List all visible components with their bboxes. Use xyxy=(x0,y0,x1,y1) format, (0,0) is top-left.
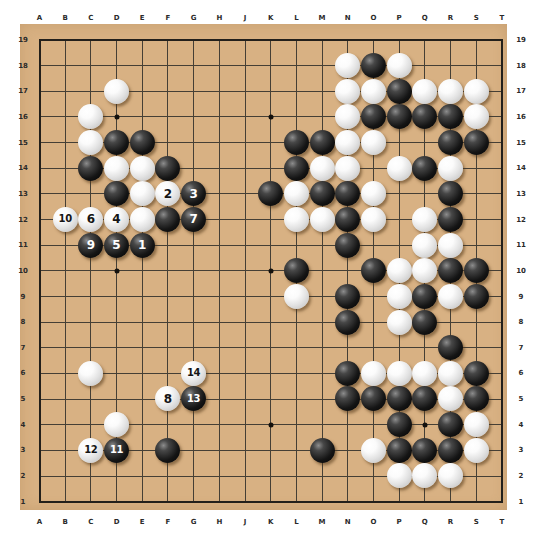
column-label-top-M: M xyxy=(319,14,326,21)
stone-white-S17[interactable] xyxy=(464,79,489,104)
board-point-B12[interactable]: 10 xyxy=(52,207,78,233)
stone-white-Q12[interactable] xyxy=(412,207,437,232)
stone-black-N11[interactable] xyxy=(335,233,360,258)
stone-black-Q14[interactable] xyxy=(412,156,437,181)
stone-black-R4[interactable] xyxy=(438,412,463,437)
column-label-bottom-A: A xyxy=(37,519,42,526)
column-label-bottom-G: G xyxy=(191,519,197,526)
stone-black-P16[interactable] xyxy=(387,104,412,129)
column-label-top-E: E xyxy=(140,14,145,21)
stone-black-S9[interactable] xyxy=(464,284,489,309)
stone-black-N6[interactable] xyxy=(335,361,360,386)
stone-black-Q16[interactable] xyxy=(412,104,437,129)
stone-white-L9[interactable] xyxy=(284,284,309,309)
row-label-right-6: 6 xyxy=(519,370,524,377)
board-point-L10[interactable] xyxy=(284,258,310,284)
board-point-R16[interactable] xyxy=(438,104,464,130)
board-point-S5[interactable] xyxy=(463,386,489,412)
stone-white-F5[interactable]: 8 xyxy=(155,386,180,411)
stone-black-R13[interactable] xyxy=(438,181,463,206)
stone-black-N8[interactable] xyxy=(335,310,360,335)
stone-black-G5[interactable]: 13 xyxy=(181,386,206,411)
board-point-S15[interactable] xyxy=(463,130,489,156)
board-point-N14[interactable] xyxy=(335,155,361,181)
board-point-O16[interactable] xyxy=(361,104,387,130)
stone-white-C12[interactable]: 6 xyxy=(78,207,103,232)
board-point-R13[interactable] xyxy=(438,181,464,207)
move-number-label: 3 xyxy=(189,188,197,200)
stone-white-D17[interactable] xyxy=(104,79,129,104)
board-point-F13[interactable]: 2 xyxy=(155,181,181,207)
stone-white-P18[interactable] xyxy=(387,53,412,78)
board-point-C14[interactable] xyxy=(78,155,104,181)
stone-black-S6[interactable] xyxy=(464,361,489,386)
stone-black-D13[interactable] xyxy=(104,181,129,206)
row-label-right-12: 12 xyxy=(516,216,526,223)
stone-white-R11[interactable] xyxy=(438,233,463,258)
stone-white-P8[interactable] xyxy=(387,310,412,335)
board-point-D12[interactable]: 4 xyxy=(104,207,130,233)
board-point-C3[interactable]: 12 xyxy=(78,437,104,463)
board-point-S6[interactable] xyxy=(463,360,489,386)
column-label-top-Q: Q xyxy=(422,14,428,21)
board-point-M3[interactable] xyxy=(309,437,335,463)
stone-black-S10[interactable] xyxy=(464,258,489,283)
board-point-Q8[interactable] xyxy=(412,309,438,335)
stone-black-S15[interactable] xyxy=(464,130,489,155)
board-point-S9[interactable] xyxy=(463,284,489,310)
stone-black-M13[interactable] xyxy=(310,181,335,206)
row-label-right-8: 8 xyxy=(519,319,524,326)
stone-white-N18[interactable] xyxy=(335,53,360,78)
board-point-R17[interactable] xyxy=(438,78,464,104)
stone-white-O3[interactable] xyxy=(361,438,386,463)
board-point-N12[interactable] xyxy=(335,207,361,233)
stone-white-P2[interactable] xyxy=(387,463,412,488)
column-label-bottom-Q: Q xyxy=(422,519,428,526)
board-point-C12[interactable]: 6 xyxy=(78,207,104,233)
board-point-R7[interactable] xyxy=(438,335,464,361)
board-point-R15[interactable] xyxy=(438,130,464,156)
row-label-right-15: 15 xyxy=(516,139,526,146)
column-label-bottom-T: T xyxy=(500,519,505,526)
board-point-O6[interactable] xyxy=(361,360,387,386)
board-point-S4[interactable] xyxy=(463,412,489,438)
stone-black-L15[interactable] xyxy=(284,130,309,155)
board-point-P4[interactable] xyxy=(386,412,412,438)
row-label-right-3: 3 xyxy=(519,447,524,454)
stone-black-P4[interactable] xyxy=(387,412,412,437)
board-point-P9[interactable] xyxy=(386,284,412,310)
board-point-P17[interactable] xyxy=(386,78,412,104)
board-point-M13[interactable] xyxy=(309,181,335,207)
go-diagram-page: AABBCCDDEEFFGGHHJJKKLLMMNNOOPPQQRRSSTT19… xyxy=(0,0,540,540)
board-point-N6[interactable] xyxy=(335,360,361,386)
board-point-P8[interactable] xyxy=(386,309,412,335)
board-point-S3[interactable] xyxy=(463,437,489,463)
board-point-N11[interactable] xyxy=(335,232,361,258)
stone-black-E15[interactable] xyxy=(130,130,155,155)
stone-black-C14[interactable] xyxy=(78,156,103,181)
board-point-R10[interactable] xyxy=(438,258,464,284)
column-label-top-C: C xyxy=(88,14,93,21)
board-point-D3[interactable]: 11 xyxy=(104,437,130,463)
board-point-P16[interactable] xyxy=(386,104,412,130)
column-label-top-F: F xyxy=(166,14,171,21)
stone-white-L12[interactable] xyxy=(284,207,309,232)
stone-black-G13[interactable]: 3 xyxy=(181,181,206,206)
board-point-N13[interactable] xyxy=(335,181,361,207)
stone-white-F13[interactable]: 2 xyxy=(155,181,180,206)
stone-white-E14[interactable] xyxy=(130,156,155,181)
stone-black-N12[interactable] xyxy=(335,207,360,232)
column-label-bottom-L: L xyxy=(294,519,298,526)
stone-white-C15[interactable] xyxy=(78,130,103,155)
column-label-top-D: D xyxy=(114,14,120,21)
column-label-top-H: H xyxy=(216,14,222,21)
stone-white-S4[interactable] xyxy=(464,412,489,437)
column-label-bottom-B: B xyxy=(63,519,68,526)
stone-white-M14[interactable] xyxy=(310,156,335,181)
board-point-L9[interactable] xyxy=(284,284,310,310)
column-label-bottom-P: P xyxy=(397,519,402,526)
board-point-Q2[interactable] xyxy=(412,463,438,489)
stone-black-Q8[interactable] xyxy=(412,310,437,335)
column-label-top-B: B xyxy=(63,14,68,21)
board-point-G5[interactable]: 13 xyxy=(181,386,207,412)
stone-white-D4[interactable] xyxy=(104,412,129,437)
move-number-label: 9 xyxy=(87,239,95,251)
board-point-L15[interactable] xyxy=(284,130,310,156)
row-label-right-11: 11 xyxy=(516,242,526,249)
column-label-top-J: J xyxy=(244,14,247,21)
column-label-top-G: G xyxy=(191,14,197,21)
stone-white-O15[interactable] xyxy=(361,130,386,155)
board-point-R9[interactable] xyxy=(438,284,464,310)
row-label-right-2: 2 xyxy=(519,473,524,480)
column-label-top-P: P xyxy=(397,14,402,21)
stone-black-E11[interactable]: 1 xyxy=(130,233,155,258)
board-point-D14[interactable] xyxy=(104,155,130,181)
stone-black-D11[interactable]: 5 xyxy=(104,233,129,258)
stone-white-E12[interactable] xyxy=(130,207,155,232)
board-point-C16[interactable] xyxy=(78,104,104,130)
stone-white-O17[interactable] xyxy=(361,79,386,104)
stone-black-L14[interactable] xyxy=(284,156,309,181)
board-point-Q14[interactable] xyxy=(412,155,438,181)
column-label-bottom-O: O xyxy=(370,519,376,526)
board-point-Q16[interactable] xyxy=(412,104,438,130)
stone-black-O10[interactable] xyxy=(361,258,386,283)
board-point-N16[interactable] xyxy=(335,104,361,130)
row-label-right-7: 7 xyxy=(519,344,524,351)
stone-white-Q11[interactable] xyxy=(412,233,437,258)
board-point-E11[interactable]: 1 xyxy=(129,232,155,258)
board-point-R4[interactable] xyxy=(438,412,464,438)
stone-black-K13[interactable] xyxy=(258,181,283,206)
row-label-right-9: 9 xyxy=(519,293,524,300)
stone-black-N5[interactable] xyxy=(335,386,360,411)
column-label-bottom-E: E xyxy=(140,519,145,526)
board-point-O13[interactable] xyxy=(361,181,387,207)
stone-white-P6[interactable] xyxy=(387,361,412,386)
stone-black-Q3[interactable] xyxy=(412,438,437,463)
stone-white-N14[interactable] xyxy=(335,156,360,181)
board-point-Q9[interactable] xyxy=(412,284,438,310)
board-point-R14[interactable] xyxy=(438,155,464,181)
column-label-top-L: L xyxy=(294,14,298,21)
column-label-bottom-R: R xyxy=(448,519,453,526)
row-label-right-19: 19 xyxy=(516,37,526,44)
board-point-L13[interactable] xyxy=(284,181,310,207)
board-point-N9[interactable] xyxy=(335,284,361,310)
board-point-E14[interactable] xyxy=(129,155,155,181)
stone-white-R14[interactable] xyxy=(438,156,463,181)
stone-black-P3[interactable] xyxy=(387,438,412,463)
board-point-N8[interactable] xyxy=(335,309,361,335)
board-point-C6[interactable] xyxy=(78,360,104,386)
stone-white-B12[interactable]: 10 xyxy=(53,207,78,232)
board-point-N17[interactable] xyxy=(335,78,361,104)
move-number-label: 7 xyxy=(189,213,197,225)
board-point-O12[interactable] xyxy=(361,207,387,233)
row-label-right-16: 16 xyxy=(516,113,526,120)
stone-black-Q9[interactable] xyxy=(412,284,437,309)
board-point-O5[interactable] xyxy=(361,386,387,412)
move-number-label: 4 xyxy=(112,213,120,225)
column-label-top-O: O xyxy=(370,14,376,21)
column-label-top-A: A xyxy=(37,14,42,21)
stone-white-G6[interactable]: 14 xyxy=(181,361,206,386)
stone-white-Q2[interactable] xyxy=(412,463,437,488)
board-point-K13[interactable] xyxy=(258,181,284,207)
stone-black-R3[interactable] xyxy=(438,438,463,463)
stone-white-C3[interactable]: 12 xyxy=(78,438,103,463)
row-label-right-10: 10 xyxy=(516,267,526,274)
board-point-F5[interactable]: 8 xyxy=(155,386,181,412)
stone-black-P17[interactable] xyxy=(387,79,412,104)
board-point-N18[interactable] xyxy=(335,53,361,79)
board-point-C15[interactable] xyxy=(78,130,104,156)
stone-white-R2[interactable] xyxy=(438,463,463,488)
board-point-F14[interactable] xyxy=(155,155,181,181)
board-point-O10[interactable] xyxy=(361,258,387,284)
stone-white-L13[interactable] xyxy=(284,181,309,206)
stone-white-R6[interactable] xyxy=(438,361,463,386)
board-point-Q17[interactable] xyxy=(412,78,438,104)
board-point-O17[interactable] xyxy=(361,78,387,104)
stone-white-D14[interactable] xyxy=(104,156,129,181)
stone-black-D3[interactable]: 11 xyxy=(104,438,129,463)
stone-black-P5[interactable] xyxy=(387,386,412,411)
stone-black-O5[interactable] xyxy=(361,386,386,411)
board-point-Q3[interactable] xyxy=(412,437,438,463)
board-point-R12[interactable] xyxy=(438,207,464,233)
column-label-top-N: N xyxy=(345,14,351,21)
column-label-bottom-K: K xyxy=(268,519,273,526)
board-point-Q11[interactable] xyxy=(412,232,438,258)
stone-black-F12[interactable] xyxy=(155,207,180,232)
board-point-F12[interactable] xyxy=(155,207,181,233)
stones-grid: 2310647951148131211 xyxy=(27,27,515,514)
stone-white-O12[interactable] xyxy=(361,207,386,232)
move-number-label: 1 xyxy=(138,239,146,251)
stone-white-S16[interactable] xyxy=(464,104,489,129)
board-point-D4[interactable] xyxy=(104,412,130,438)
column-label-bottom-S: S xyxy=(474,519,479,526)
column-label-bottom-H: H xyxy=(216,519,222,526)
row-label-right-17: 17 xyxy=(516,88,526,95)
stone-white-N15[interactable] xyxy=(335,130,360,155)
board-point-R11[interactable] xyxy=(438,232,464,258)
board-point-Q12[interactable] xyxy=(412,207,438,233)
stone-black-R12[interactable] xyxy=(438,207,463,232)
stone-white-Q17[interactable] xyxy=(412,79,437,104)
board-point-M14[interactable] xyxy=(309,155,335,181)
move-number-label: 8 xyxy=(164,393,172,405)
board-point-P2[interactable] xyxy=(386,463,412,489)
stone-white-E13[interactable] xyxy=(130,181,155,206)
board-point-O18[interactable] xyxy=(361,53,387,79)
board-point-P14[interactable] xyxy=(386,155,412,181)
stone-white-C16[interactable] xyxy=(78,104,103,129)
row-label-right-14: 14 xyxy=(516,165,526,172)
stone-black-F14[interactable] xyxy=(155,156,180,181)
board-point-G12[interactable]: 7 xyxy=(181,207,207,233)
stone-white-R5[interactable] xyxy=(438,386,463,411)
stone-black-Q5[interactable] xyxy=(412,386,437,411)
stone-black-R15[interactable] xyxy=(438,130,463,155)
move-number-label: 10 xyxy=(59,214,72,224)
board-point-R6[interactable] xyxy=(438,360,464,386)
board-point-S17[interactable] xyxy=(463,78,489,104)
stone-black-S5[interactable] xyxy=(464,386,489,411)
stone-white-P10[interactable] xyxy=(387,258,412,283)
board-point-E13[interactable] xyxy=(129,181,155,207)
board-point-D11[interactable]: 5 xyxy=(104,232,130,258)
column-label-bottom-N: N xyxy=(345,519,351,526)
board-point-N5[interactable] xyxy=(335,386,361,412)
stone-black-C11[interactable]: 9 xyxy=(78,233,103,258)
board-point-P3[interactable] xyxy=(386,437,412,463)
board-point-D15[interactable] xyxy=(104,130,130,156)
stone-white-N17[interactable] xyxy=(335,79,360,104)
board-point-P5[interactable] xyxy=(386,386,412,412)
move-number-label: 12 xyxy=(84,445,97,455)
move-number-label: 5 xyxy=(112,239,120,251)
stone-white-Q6[interactable] xyxy=(412,361,437,386)
stone-black-F3[interactable] xyxy=(155,438,180,463)
board-point-O15[interactable] xyxy=(361,130,387,156)
stone-black-R16[interactable] xyxy=(438,104,463,129)
move-number-label: 6 xyxy=(87,213,95,225)
stone-black-N13[interactable] xyxy=(335,181,360,206)
column-label-bottom-C: C xyxy=(88,519,93,526)
stone-white-P14[interactable] xyxy=(387,156,412,181)
board-point-Q6[interactable] xyxy=(412,360,438,386)
stone-black-M3[interactable] xyxy=(310,438,335,463)
stone-black-M15[interactable] xyxy=(310,130,335,155)
board-point-R5[interactable] xyxy=(438,386,464,412)
stone-white-S3[interactable] xyxy=(464,438,489,463)
stone-black-R10[interactable] xyxy=(438,258,463,283)
stone-black-O16[interactable] xyxy=(361,104,386,129)
board-point-Q10[interactable] xyxy=(412,258,438,284)
move-number-label: 11 xyxy=(110,445,123,455)
stone-black-D15[interactable] xyxy=(104,130,129,155)
stone-white-R9[interactable] xyxy=(438,284,463,309)
board-point-F3[interactable] xyxy=(155,437,181,463)
row-label-right-4: 4 xyxy=(519,421,524,428)
board-point-D17[interactable] xyxy=(104,78,130,104)
move-number-label: 13 xyxy=(187,394,200,404)
board-point-E15[interactable] xyxy=(129,130,155,156)
board-point-G6[interactable]: 14 xyxy=(181,360,207,386)
board-point-M15[interactable] xyxy=(309,130,335,156)
stone-black-O18[interactable] xyxy=(361,53,386,78)
board-point-P10[interactable] xyxy=(386,258,412,284)
board-point-M12[interactable] xyxy=(309,207,335,233)
board-point-Q5[interactable] xyxy=(412,386,438,412)
column-label-top-K: K xyxy=(268,14,273,21)
row-label-right-18: 18 xyxy=(516,62,526,69)
board-point-N15[interactable] xyxy=(335,130,361,156)
row-label-right-1: 1 xyxy=(519,498,524,505)
column-label-top-S: S xyxy=(474,14,479,21)
stone-white-R17[interactable] xyxy=(438,79,463,104)
board-point-R2[interactable] xyxy=(438,463,464,489)
row-label-right-5: 5 xyxy=(519,396,524,403)
column-label-top-R: R xyxy=(448,14,453,21)
column-label-bottom-D: D xyxy=(114,519,120,526)
column-label-bottom-F: F xyxy=(166,519,171,526)
stone-black-R7[interactable] xyxy=(438,335,463,360)
board-point-L14[interactable] xyxy=(284,155,310,181)
stone-white-O13[interactable] xyxy=(361,181,386,206)
row-label-right-13: 13 xyxy=(516,190,526,197)
move-number-label: 14 xyxy=(187,368,200,378)
board-point-C11[interactable]: 9 xyxy=(78,232,104,258)
board-point-G13[interactable]: 3 xyxy=(181,181,207,207)
stone-black-G12[interactable]: 7 xyxy=(181,207,206,232)
move-number-label: 2 xyxy=(164,188,172,200)
board-point-P18[interactable] xyxy=(386,53,412,79)
stone-white-N16[interactable] xyxy=(335,104,360,129)
stone-black-L10[interactable] xyxy=(284,258,309,283)
board-point-S16[interactable] xyxy=(463,104,489,130)
stone-white-O6[interactable] xyxy=(361,361,386,386)
board-point-E12[interactable] xyxy=(129,207,155,233)
stone-white-C6[interactable] xyxy=(78,361,103,386)
board-point-D13[interactable] xyxy=(104,181,130,207)
board-point-P6[interactable] xyxy=(386,360,412,386)
stone-black-N9[interactable] xyxy=(335,284,360,309)
board-point-O3[interactable] xyxy=(361,437,387,463)
board-point-R3[interactable] xyxy=(438,437,464,463)
column-label-bottom-M: M xyxy=(319,519,326,526)
stone-white-Q10[interactable] xyxy=(412,258,437,283)
column-label-top-T: T xyxy=(500,14,505,21)
stone-white-P9[interactable] xyxy=(387,284,412,309)
stone-white-D12[interactable]: 4 xyxy=(104,207,129,232)
board-point-L12[interactable] xyxy=(284,207,310,233)
stone-white-M12[interactable] xyxy=(310,207,335,232)
column-label-bottom-J: J xyxy=(244,519,247,526)
board-point-S10[interactable] xyxy=(463,258,489,284)
